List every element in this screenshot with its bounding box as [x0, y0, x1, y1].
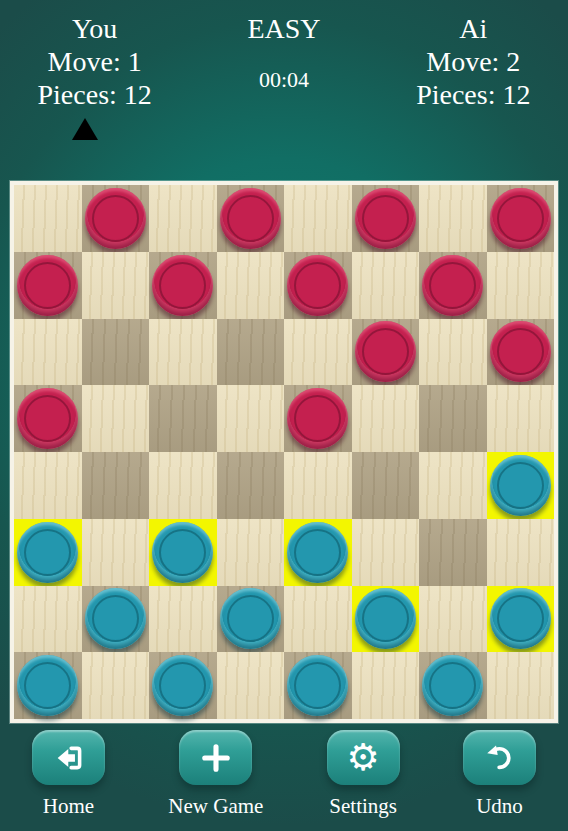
home-button[interactable]: [32, 730, 105, 785]
square-r3c0[interactable]: [14, 385, 82, 452]
undo-button[interactable]: [463, 730, 536, 785]
plus-icon: [198, 740, 234, 776]
blue-checker-piece[interactable]: [355, 588, 416, 649]
center-panel: EASY 00:04: [189, 0, 378, 180]
square-r2c7[interactable]: [487, 319, 555, 386]
red-checker-piece[interactable]: [17, 388, 78, 449]
square-r4c2: [149, 452, 217, 519]
square-r1c6[interactable]: [419, 252, 487, 319]
header: You Move: 1 Pieces: 12 EASY 00:04 Ai Mov…: [0, 0, 568, 180]
square-r4c5[interactable]: [352, 452, 420, 519]
red-checker-piece[interactable]: [17, 255, 78, 316]
square-r7c5: [352, 652, 420, 719]
square-r7c3: [217, 652, 285, 719]
home-button-label: Home: [43, 794, 94, 819]
square-r3c4[interactable]: [284, 385, 352, 452]
red-checker-piece[interactable]: [85, 188, 146, 249]
square-r7c4[interactable]: [284, 652, 352, 719]
square-r4c0: [14, 452, 82, 519]
square-r1c2[interactable]: [149, 252, 217, 319]
ai-pieces-count: Pieces: 12: [379, 78, 568, 111]
blue-checker-piece[interactable]: [17, 522, 78, 583]
square-r7c7: [487, 652, 555, 719]
square-r0c6: [419, 185, 487, 252]
square-r1c5: [352, 252, 420, 319]
blue-checker-piece[interactable]: [287, 522, 348, 583]
square-r3c1: [82, 385, 150, 452]
square-r0c4: [284, 185, 352, 252]
square-r4c6: [419, 452, 487, 519]
square-r0c0: [14, 185, 82, 252]
square-r2c3[interactable]: [217, 319, 285, 386]
square-r5c1: [82, 519, 150, 586]
square-r7c0[interactable]: [14, 652, 82, 719]
undo-arrow-icon: [482, 741, 516, 775]
square-r7c6[interactable]: [419, 652, 487, 719]
red-checker-piece[interactable]: [220, 188, 281, 249]
square-r5c7: [487, 519, 555, 586]
square-r2c0: [14, 319, 82, 386]
square-r6c6: [419, 586, 487, 653]
new-game-button[interactable]: [179, 730, 252, 785]
undo-button-label: Udno: [476, 794, 523, 819]
red-checker-piece[interactable]: [490, 188, 551, 249]
blue-checker-piece[interactable]: [490, 455, 551, 516]
square-r0c3[interactable]: [217, 185, 285, 252]
settings-button-label: Settings: [329, 794, 397, 819]
turn-indicator-triangle: [72, 118, 98, 140]
square-r3c7: [487, 385, 555, 452]
player-panel: You Move: 1 Pieces: 12: [0, 0, 189, 180]
square-r6c0: [14, 586, 82, 653]
blue-checker-piece[interactable]: [287, 655, 348, 716]
exit-left-icon: [52, 741, 86, 775]
red-checker-piece[interactable]: [422, 255, 483, 316]
new-game-tool: New Game: [168, 730, 263, 819]
red-checker-piece[interactable]: [355, 321, 416, 382]
square-r5c4[interactable]: [284, 519, 352, 586]
square-r3c2[interactable]: [149, 385, 217, 452]
square-r0c1[interactable]: [82, 185, 150, 252]
square-r2c6: [419, 319, 487, 386]
square-r1c0[interactable]: [14, 252, 82, 319]
square-r1c4[interactable]: [284, 252, 352, 319]
square-r4c4: [284, 452, 352, 519]
square-r6c1[interactable]: [82, 586, 150, 653]
red-checker-piece[interactable]: [152, 255, 213, 316]
square-r6c5[interactable]: [352, 586, 420, 653]
square-r2c2: [149, 319, 217, 386]
square-r2c4: [284, 319, 352, 386]
difficulty-label: EASY: [189, 12, 378, 45]
square-r0c5[interactable]: [352, 185, 420, 252]
red-checker-piece[interactable]: [355, 188, 416, 249]
square-r0c7[interactable]: [487, 185, 555, 252]
square-r6c4: [284, 586, 352, 653]
new-game-button-label: New Game: [168, 794, 263, 819]
board-grid: [14, 185, 554, 719]
blue-checker-piece[interactable]: [85, 588, 146, 649]
ai-panel: Ai Move: 2 Pieces: 12: [379, 0, 568, 180]
square-r6c7[interactable]: [487, 586, 555, 653]
player-name: You: [0, 12, 189, 45]
blue-checker-piece[interactable]: [152, 655, 213, 716]
blue-checker-piece[interactable]: [490, 588, 551, 649]
square-r0c2: [149, 185, 217, 252]
red-checker-piece[interactable]: [287, 388, 348, 449]
square-r4c7[interactable]: [487, 452, 555, 519]
gear-icon: ⚙: [347, 739, 380, 776]
square-r5c5: [352, 519, 420, 586]
red-checker-piece[interactable]: [490, 321, 551, 382]
checkers-app: You Move: 1 Pieces: 12 EASY 00:04 Ai Mov…: [0, 0, 568, 831]
red-checker-piece[interactable]: [287, 255, 348, 316]
square-r7c1: [82, 652, 150, 719]
square-r2c5[interactable]: [352, 319, 420, 386]
square-r5c3: [217, 519, 285, 586]
square-r3c3: [217, 385, 285, 452]
square-r1c7: [487, 252, 555, 319]
blue-checker-piece[interactable]: [17, 655, 78, 716]
player-pieces-count: Pieces: 12: [0, 78, 189, 111]
checkers-board: [10, 181, 558, 723]
blue-checker-piece[interactable]: [422, 655, 483, 716]
home-tool: Home: [32, 730, 105, 819]
ai-name: Ai: [379, 12, 568, 45]
undo-tool: Udno: [463, 730, 536, 819]
square-r4c1[interactable]: [82, 452, 150, 519]
square-r1c3: [217, 252, 285, 319]
blue-checker-piece[interactable]: [152, 522, 213, 583]
square-r5c2[interactable]: [149, 519, 217, 586]
square-r4c3[interactable]: [217, 452, 285, 519]
square-r3c6[interactable]: [419, 385, 487, 452]
game-timer: 00:04: [189, 67, 378, 93]
square-r5c0[interactable]: [14, 519, 82, 586]
square-r6c2: [149, 586, 217, 653]
square-r6c3[interactable]: [217, 586, 285, 653]
settings-button[interactable]: ⚙: [327, 730, 400, 785]
player-move-count: Move: 1: [0, 45, 189, 78]
settings-tool: ⚙ Settings: [327, 730, 400, 819]
square-r3c5: [352, 385, 420, 452]
ai-move-count: Move: 2: [379, 45, 568, 78]
square-r5c6[interactable]: [419, 519, 487, 586]
square-r7c2[interactable]: [149, 652, 217, 719]
blue-checker-piece[interactable]: [220, 588, 281, 649]
toolbar: Home New Game ⚙ Settings: [0, 730, 568, 819]
square-r1c1: [82, 252, 150, 319]
square-r2c1[interactable]: [82, 319, 150, 386]
